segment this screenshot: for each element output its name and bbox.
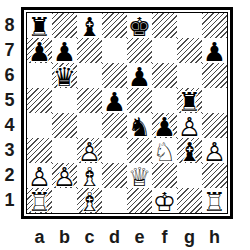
white-pawn-icon: ♙ xyxy=(52,164,77,189)
square-b6[interactable]: ♛ xyxy=(52,63,77,88)
piece-black-bishop-g3[interactable]: ♝ xyxy=(177,138,202,163)
piece-black-bishop-c8[interactable]: ♝ xyxy=(77,13,102,38)
square-d6[interactable] xyxy=(102,63,127,88)
white-pawn-icon: ♙ xyxy=(202,139,227,164)
square-b8[interactable] xyxy=(52,13,77,38)
square-f3[interactable]: ♞♘ xyxy=(152,138,177,163)
square-e5[interactable] xyxy=(127,88,152,113)
square-e6[interactable]: ♟ xyxy=(127,63,152,88)
rank-label-4: 4 xyxy=(1,113,18,138)
square-f1[interactable]: ♚♔ xyxy=(152,188,177,213)
square-d2[interactable] xyxy=(102,163,127,188)
black-rook-icon: ♜ xyxy=(177,89,202,114)
pawn-fill-glyph: ♟ xyxy=(52,164,77,189)
square-b4[interactable] xyxy=(52,113,77,138)
piece-black-queen-b6[interactable]: ♛ xyxy=(52,63,77,88)
square-c1[interactable]: ♝♗ xyxy=(77,188,102,213)
square-a6[interactable] xyxy=(27,63,52,88)
queen-fill-glyph: ♛ xyxy=(127,164,152,189)
bishop-fill-glyph: ♝ xyxy=(77,189,102,214)
white-rook-icon: ♖ xyxy=(202,189,227,214)
square-f8[interactable] xyxy=(152,13,177,38)
piece-black-pawn-f4[interactable]: ♟ xyxy=(152,113,177,138)
piece-black-rook-g5[interactable]: ♜ xyxy=(177,88,202,113)
white-knight-icon: ♘ xyxy=(152,139,177,164)
piece-black-pawn-d5[interactable]: ♟ xyxy=(102,88,127,113)
piece-white-pawn-c3[interactable]: ♟♙ xyxy=(77,138,102,163)
white-king-icon: ♔ xyxy=(152,189,177,214)
chess-diagram: 87654321 ♜♝♚♟♟♟♛♟♟♜♞♟♟♙♟♙♞♘♝♟♙♟♙♟♙♝♗♛♕♜♖… xyxy=(0,0,250,250)
rank-label-8: 8 xyxy=(1,13,18,38)
black-king-icon: ♚ xyxy=(127,14,152,39)
square-d5[interactable]: ♟ xyxy=(102,88,127,113)
black-bishop-icon: ♝ xyxy=(177,139,202,164)
white-bishop-icon: ♗ xyxy=(77,164,102,189)
white-pawn-icon: ♙ xyxy=(77,139,102,164)
white-bishop-icon: ♗ xyxy=(77,189,102,214)
piece-black-pawn-b7[interactable]: ♟ xyxy=(52,38,77,63)
rank-labels: 87654321 xyxy=(1,13,18,213)
pawn-fill-glyph: ♟ xyxy=(177,114,202,139)
piece-white-king-f1[interactable]: ♚♔ xyxy=(152,188,177,213)
square-a1[interactable]: ♜♖ xyxy=(27,188,52,213)
rank-label-1: 1 xyxy=(1,188,18,213)
king-fill-glyph: ♚ xyxy=(152,189,177,214)
black-pawn-icon: ♟ xyxy=(202,39,227,64)
square-d1[interactable] xyxy=(102,188,127,213)
square-g2[interactable] xyxy=(177,163,202,188)
file-labels: abcdefgh xyxy=(27,226,227,248)
file-label-a: a xyxy=(27,226,52,248)
piece-white-queen-e2[interactable]: ♛♕ xyxy=(127,163,152,188)
black-queen-icon: ♛ xyxy=(52,64,77,89)
piece-black-king-e8[interactable]: ♚ xyxy=(127,13,152,38)
chess-board: ♜♝♚♟♟♟♛♟♟♜♞♟♟♙♟♙♞♘♝♟♙♟♙♟♙♝♗♛♕♜♖♝♗♚♔♜♖ xyxy=(27,13,227,213)
knight-fill-glyph: ♞ xyxy=(152,139,177,164)
square-e2[interactable]: ♛♕ xyxy=(127,163,152,188)
black-knight-icon: ♞ xyxy=(127,114,152,139)
black-bishop-icon: ♝ xyxy=(77,14,102,39)
square-b7[interactable]: ♟ xyxy=(52,38,77,63)
rank-label-3: 3 xyxy=(1,138,18,163)
pawn-fill-glyph: ♟ xyxy=(77,139,102,164)
square-a8[interactable]: ♜ xyxy=(27,13,52,38)
piece-white-knight-f3[interactable]: ♞♘ xyxy=(152,138,177,163)
square-f7[interactable] xyxy=(152,38,177,63)
pawn-fill-glyph: ♟ xyxy=(202,139,227,164)
square-c6[interactable] xyxy=(77,63,102,88)
black-pawn-icon: ♟ xyxy=(27,39,52,64)
file-label-d: d xyxy=(102,226,127,248)
rook-fill-glyph: ♜ xyxy=(27,189,52,214)
piece-white-pawn-a2[interactable]: ♟♙ xyxy=(27,163,52,188)
bishop-fill-glyph: ♝ xyxy=(77,164,102,189)
square-b1[interactable] xyxy=(52,188,77,213)
rook-fill-glyph: ♜ xyxy=(202,189,227,214)
black-pawn-icon: ♟ xyxy=(127,64,152,89)
square-c5[interactable] xyxy=(77,88,102,113)
square-f6[interactable] xyxy=(152,63,177,88)
black-rook-icon: ♜ xyxy=(27,14,52,39)
square-f2[interactable] xyxy=(152,163,177,188)
square-g6[interactable] xyxy=(177,63,202,88)
square-e1[interactable] xyxy=(127,188,152,213)
piece-black-rook-a8[interactable]: ♜ xyxy=(27,13,52,38)
piece-white-rook-a1[interactable]: ♜♖ xyxy=(27,188,52,213)
rank-label-2: 2 xyxy=(1,163,18,188)
square-g5[interactable]: ♜ xyxy=(177,88,202,113)
white-queen-icon: ♕ xyxy=(127,164,152,189)
piece-white-pawn-g4[interactable]: ♟♙ xyxy=(177,113,202,138)
piece-black-knight-e4[interactable]: ♞ xyxy=(127,113,152,138)
square-f5[interactable] xyxy=(152,88,177,113)
square-h4[interactable] xyxy=(202,113,227,138)
square-d8[interactable] xyxy=(102,13,127,38)
black-pawn-icon: ♟ xyxy=(152,114,177,139)
black-pawn-icon: ♟ xyxy=(52,39,77,64)
square-d4[interactable] xyxy=(102,113,127,138)
square-d7[interactable] xyxy=(102,38,127,63)
white-rook-icon: ♖ xyxy=(27,189,52,214)
square-h2[interactable] xyxy=(202,163,227,188)
piece-white-pawn-b2[interactable]: ♟♙ xyxy=(52,163,77,188)
square-e4[interactable]: ♞ xyxy=(127,113,152,138)
square-a5[interactable] xyxy=(27,88,52,113)
square-g3[interactable]: ♝ xyxy=(177,138,202,163)
square-c2[interactable]: ♝♗ xyxy=(77,163,102,188)
rank-label-5: 5 xyxy=(1,88,18,113)
square-c7[interactable] xyxy=(77,38,102,63)
piece-white-pawn-h3[interactable]: ♟♙ xyxy=(202,138,227,163)
square-h6[interactable] xyxy=(202,63,227,88)
square-h7[interactable]: ♟ xyxy=(202,38,227,63)
rank-label-6: 6 xyxy=(1,63,18,88)
square-e7[interactable] xyxy=(127,38,152,63)
square-b2[interactable]: ♟♙ xyxy=(52,163,77,188)
board-inner-border: ♜♝♚♟♟♟♛♟♟♜♞♟♟♙♟♙♞♘♝♟♙♟♙♟♙♝♗♛♕♜♖♝♗♚♔♜♖ xyxy=(26,12,228,214)
square-h1[interactable]: ♜♖ xyxy=(202,188,227,213)
square-a2[interactable]: ♟♙ xyxy=(27,163,52,188)
square-a7[interactable]: ♟ xyxy=(27,38,52,63)
square-c4[interactable] xyxy=(77,113,102,138)
file-label-g: g xyxy=(177,226,202,248)
piece-black-pawn-h7[interactable]: ♟ xyxy=(202,38,227,63)
square-a3[interactable] xyxy=(27,138,52,163)
square-g7[interactable] xyxy=(177,38,202,63)
piece-white-bishop-c1[interactable]: ♝♗ xyxy=(77,188,102,213)
black-pawn-icon: ♟ xyxy=(102,89,127,114)
square-d3[interactable] xyxy=(102,138,127,163)
white-pawn-icon: ♙ xyxy=(177,114,202,139)
file-label-h: h xyxy=(202,226,227,248)
piece-white-rook-h1[interactable]: ♜♖ xyxy=(202,188,227,213)
white-pawn-icon: ♙ xyxy=(27,164,52,189)
file-label-f: f xyxy=(152,226,177,248)
square-c8[interactable]: ♝ xyxy=(77,13,102,38)
square-h5[interactable] xyxy=(202,88,227,113)
file-label-e: e xyxy=(127,226,152,248)
square-b3[interactable] xyxy=(52,138,77,163)
piece-black-pawn-e6[interactable]: ♟ xyxy=(127,63,152,88)
square-g8[interactable] xyxy=(177,13,202,38)
file-label-c: c xyxy=(77,226,102,248)
square-c3[interactable]: ♟♙ xyxy=(77,138,102,163)
square-b5[interactable] xyxy=(52,88,77,113)
square-g1[interactable] xyxy=(177,188,202,213)
file-label-b: b xyxy=(52,226,77,248)
piece-black-pawn-a7[interactable]: ♟ xyxy=(27,38,52,63)
square-a4[interactable] xyxy=(27,113,52,138)
square-e3[interactable] xyxy=(127,138,152,163)
square-g4[interactable]: ♟♙ xyxy=(177,113,202,138)
square-h8[interactable] xyxy=(202,13,227,38)
piece-white-bishop-c2[interactable]: ♝♗ xyxy=(77,163,102,188)
rank-label-7: 7 xyxy=(1,38,18,63)
board-frame: ♜♝♚♟♟♟♛♟♟♜♞♟♟♙♟♙♞♘♝♟♙♟♙♟♙♝♗♛♕♜♖♝♗♚♔♜♖ xyxy=(21,7,233,219)
square-f4[interactable]: ♟ xyxy=(152,113,177,138)
square-e8[interactable]: ♚ xyxy=(127,13,152,38)
square-h3[interactable]: ♟♙ xyxy=(202,138,227,163)
pawn-fill-glyph: ♟ xyxy=(27,164,52,189)
